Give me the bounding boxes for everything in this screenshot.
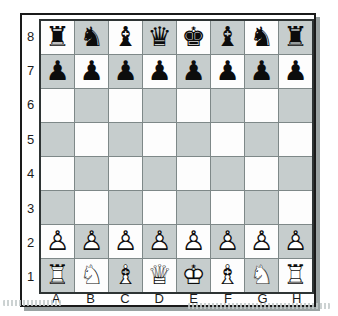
square-f1[interactable]: ♝♗ [211, 259, 244, 292]
square-e3[interactable] [177, 191, 210, 224]
watermark-right [188, 303, 330, 309]
square-a7[interactable]: ♟ [41, 55, 74, 88]
square-f8[interactable]: ♝ [211, 21, 244, 54]
square-h8[interactable]: ♜ [279, 21, 312, 54]
square-a2[interactable]: ♟♙ [41, 225, 74, 258]
square-f5[interactable] [211, 123, 244, 156]
square-f6[interactable] [211, 89, 244, 122]
white-pawn-outline: ♙ [279, 225, 312, 258]
square-a8[interactable]: ♜ [41, 21, 74, 54]
file-label-c: C [108, 293, 142, 305]
square-d8[interactable]: ♛ [143, 21, 176, 54]
black-bishop[interactable]: ♝ [211, 21, 244, 54]
rank-label-3: 3 [22, 191, 39, 225]
rank-label-1: 1 [22, 260, 39, 294]
square-a4[interactable] [41, 157, 74, 190]
black-pawn[interactable]: ♟ [245, 55, 278, 88]
white-queen[interactable]: ♛♕ [143, 259, 176, 292]
square-e5[interactable] [177, 123, 210, 156]
white-bishop-outline: ♗ [109, 259, 142, 292]
square-c1[interactable]: ♝♗ [109, 259, 142, 292]
white-pawn-outline: ♙ [211, 225, 244, 258]
white-pawn[interactable]: ♟♙ [75, 225, 108, 258]
square-g3[interactable] [245, 191, 278, 224]
square-b6[interactable] [75, 89, 108, 122]
square-d2[interactable]: ♟♙ [143, 225, 176, 258]
square-h3[interactable] [279, 191, 312, 224]
square-a1[interactable]: ♜♖ [41, 259, 74, 292]
white-pawn-outline: ♙ [177, 225, 210, 258]
black-pawn[interactable]: ♟ [109, 55, 142, 88]
black-pawn[interactable]: ♟ [279, 55, 312, 88]
square-e2[interactable]: ♟♙ [177, 225, 210, 258]
rank-label-5: 5 [22, 122, 39, 156]
black-queen[interactable]: ♛ [143, 21, 176, 54]
square-h2[interactable]: ♟♙ [279, 225, 312, 258]
square-c8[interactable]: ♝ [109, 21, 142, 54]
rank-label-7: 7 [22, 53, 39, 87]
square-f2[interactable]: ♟♙ [211, 225, 244, 258]
file-label-b: B [73, 293, 107, 305]
square-d4[interactable] [143, 157, 176, 190]
white-bishop-outline: ♗ [211, 259, 244, 292]
square-c4[interactable] [109, 157, 142, 190]
rank-labels: 8 7 6 5 4 3 2 1 [22, 19, 39, 294]
chess-board[interactable]: ♜♞♝♛♚♝♞♜♟♟♟♟♟♟♟♟♟♙♟♙♟♙♟♙♟♙♟♙♟♙♟♙♜♖♞♘♝♗♛♕… [39, 19, 314, 294]
white-knight-outline: ♘ [75, 259, 108, 292]
square-b5[interactable] [75, 123, 108, 156]
white-pawn-outline: ♙ [109, 225, 142, 258]
white-knight[interactable]: ♞♘ [245, 259, 278, 292]
square-g8[interactable]: ♞ [245, 21, 278, 54]
square-c2[interactable]: ♟♙ [109, 225, 142, 258]
white-bishop[interactable]: ♝♗ [109, 259, 142, 292]
watermark-left [3, 300, 61, 306]
square-d1[interactable]: ♛♕ [143, 259, 176, 292]
square-g4[interactable] [245, 157, 278, 190]
square-f7[interactable]: ♟ [211, 55, 244, 88]
white-knight-outline: ♘ [245, 259, 278, 292]
black-knight[interactable]: ♞ [75, 21, 108, 54]
square-c5[interactable] [109, 123, 142, 156]
white-king[interactable]: ♚♔ [177, 259, 210, 292]
white-bishop[interactable]: ♝♗ [211, 259, 244, 292]
white-pawn[interactable]: ♟♙ [245, 225, 278, 258]
white-pawn-outline: ♙ [75, 225, 108, 258]
white-pawn[interactable]: ♟♙ [211, 225, 244, 258]
square-f3[interactable] [211, 191, 244, 224]
square-b1[interactable]: ♞♘ [75, 259, 108, 292]
rank-label-6: 6 [22, 88, 39, 122]
rank-label-8: 8 [22, 19, 39, 53]
black-pawn[interactable]: ♟ [211, 55, 244, 88]
square-b4[interactable] [75, 157, 108, 190]
white-pawn[interactable]: ♟♙ [279, 225, 312, 258]
white-rook-outline: ♖ [41, 259, 74, 292]
square-e4[interactable] [177, 157, 210, 190]
black-pawn[interactable]: ♟ [75, 55, 108, 88]
white-rook[interactable]: ♜♖ [41, 259, 74, 292]
white-rook-outline: ♖ [279, 259, 312, 292]
black-rook[interactable]: ♜ [279, 21, 312, 54]
square-c7[interactable]: ♟ [109, 55, 142, 88]
square-a6[interactable] [41, 89, 74, 122]
white-pawn-outline: ♙ [143, 225, 176, 258]
square-c6[interactable] [109, 89, 142, 122]
square-a3[interactable] [41, 191, 74, 224]
black-pawn[interactable]: ♟ [41, 55, 74, 88]
white-queen-outline: ♕ [143, 259, 176, 292]
white-king-outline: ♔ [177, 259, 210, 292]
square-d6[interactable] [143, 89, 176, 122]
square-g1[interactable]: ♞♘ [245, 259, 278, 292]
white-pawn[interactable]: ♟♙ [143, 225, 176, 258]
square-h4[interactable] [279, 157, 312, 190]
white-pawn[interactable]: ♟♙ [109, 225, 142, 258]
black-pawn[interactable]: ♟ [143, 55, 176, 88]
square-e6[interactable] [177, 89, 210, 122]
black-king[interactable]: ♚ [177, 21, 210, 54]
square-h7[interactable]: ♟ [279, 55, 312, 88]
square-b3[interactable] [75, 191, 108, 224]
white-pawn-outline: ♙ [245, 225, 278, 258]
square-h6[interactable] [279, 89, 312, 122]
square-e1[interactable]: ♚♔ [177, 259, 210, 292]
square-d5[interactable] [143, 123, 176, 156]
black-rook[interactable]: ♜ [41, 21, 74, 54]
black-knight[interactable]: ♞ [245, 21, 278, 54]
white-pawn-outline: ♙ [41, 225, 74, 258]
square-g2[interactable]: ♟♙ [245, 225, 278, 258]
black-pawn[interactable]: ♟ [177, 55, 210, 88]
square-f4[interactable] [211, 157, 244, 190]
square-d7[interactable]: ♟ [143, 55, 176, 88]
square-b8[interactable]: ♞ [75, 21, 108, 54]
square-g5[interactable] [245, 123, 278, 156]
square-g7[interactable]: ♟ [245, 55, 278, 88]
square-h1[interactable]: ♜♖ [279, 259, 312, 292]
white-knight[interactable]: ♞♘ [75, 259, 108, 292]
square-g6[interactable] [245, 89, 278, 122]
square-b2[interactable]: ♟♙ [75, 225, 108, 258]
file-label-d: D [142, 293, 176, 305]
black-bishop[interactable]: ♝ [109, 21, 142, 54]
square-e7[interactable]: ♟ [177, 55, 210, 88]
rank-label-4: 4 [22, 157, 39, 191]
square-e8[interactable]: ♚ [177, 21, 210, 54]
white-rook[interactable]: ♜♖ [279, 259, 312, 292]
white-pawn[interactable]: ♟♙ [177, 225, 210, 258]
diagram-frame: 8 7 6 5 4 3 2 1 ♜♞♝♛♚♝♞♜♟♟♟♟♟♟♟♟♟♙♟♙♟♙♟♙… [20, 13, 316, 307]
rank-label-2: 2 [22, 225, 39, 259]
square-c3[interactable] [109, 191, 142, 224]
square-a5[interactable] [41, 123, 74, 156]
square-h5[interactable] [279, 123, 312, 156]
square-d3[interactable] [143, 191, 176, 224]
white-pawn[interactable]: ♟♙ [41, 225, 74, 258]
square-b7[interactable]: ♟ [75, 55, 108, 88]
